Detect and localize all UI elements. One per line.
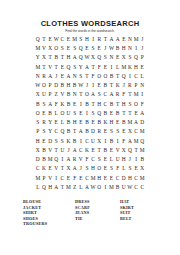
grid-cell: X: [139, 165, 145, 174]
word-list-item: TROUSERS: [23, 221, 47, 227]
wordsearch-grid: QTEWCEMSHIRTAAENMJMVXOSESQESEJWBHNIJYXTB…: [35, 35, 146, 192]
grid-cell: C: [139, 183, 145, 192]
grid-cell: M: [139, 174, 145, 183]
grid-cell: N: [139, 81, 145, 90]
grid-cell: B: [139, 155, 145, 164]
grid-cell: Q: [139, 137, 145, 146]
word-list-item: BELT: [120, 216, 134, 222]
grid-cell: L: [139, 72, 145, 81]
grid-cell: F: [139, 100, 145, 109]
word-list-item: DRESS: [75, 199, 90, 205]
page-subtitle: Find the words in the wordsearch.: [0, 29, 180, 33]
grid-cell: D: [139, 118, 145, 127]
word-list-column-1: BLOUSEJACKETSHIRTSHOESTROUSERS: [23, 199, 47, 227]
grid-cell: M: [139, 146, 145, 155]
grid-cell: E: [139, 63, 145, 72]
word-list-column-2: DRESSSCARFJEANSTIE: [75, 199, 90, 221]
grid-cell: P: [139, 54, 145, 63]
word-list-item: TIE: [75, 216, 90, 222]
grid-cell: A: [139, 109, 145, 118]
word-list-column-3: HATSKIRTSUITBELT: [120, 199, 134, 221]
grid-cell: M: [139, 128, 145, 137]
grid-cell: J: [139, 44, 145, 53]
grid-cell: J: [139, 35, 145, 44]
word-list: BLOUSEJACKETSHIRTSHOESTROUSERS DRESSSCAR…: [0, 199, 180, 239]
page-title: CLOTHES WORDSEARCH: [0, 19, 180, 28]
word-list-item: JEANS: [75, 210, 90, 216]
grid-cell: I: [139, 91, 145, 100]
